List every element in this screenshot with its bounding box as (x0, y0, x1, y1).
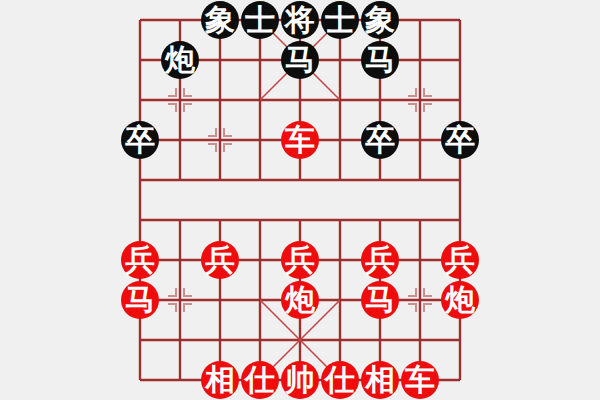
piece-red-chariot[interactable]: 车 (401, 361, 439, 399)
piece-red-elephant[interactable]: 相 (201, 361, 239, 399)
piece-red-soldier[interactable]: 兵 (201, 241, 239, 279)
piece-black-elephant[interactable]: 象 (361, 1, 399, 39)
piece-red-general[interactable]: 帅 (281, 361, 319, 399)
piece-red-soldier[interactable]: 兵 (281, 241, 319, 279)
piece-black-elephant[interactable]: 象 (201, 1, 239, 39)
piece-red-elephant[interactable]: 相 (361, 361, 399, 399)
piece-red-advisor[interactable]: 仕 (241, 361, 279, 399)
piece-red-chariot[interactable]: 车 (281, 121, 319, 159)
piece-red-soldier[interactable]: 兵 (441, 241, 479, 279)
piece-black-advisor[interactable]: 士 (321, 1, 359, 39)
piece-black-advisor[interactable]: 士 (241, 1, 279, 39)
pieces-layer: 象士将士象炮马马卒卒卒车兵兵兵兵兵马炮马炮相仕帅仕相车 (0, 0, 600, 400)
piece-red-horse[interactable]: 马 (361, 281, 399, 319)
piece-red-soldier[interactable]: 兵 (121, 241, 159, 279)
piece-black-horse[interactable]: 马 (281, 41, 319, 79)
piece-black-cannon[interactable]: 炮 (161, 41, 199, 79)
piece-red-cannon[interactable]: 炮 (281, 281, 319, 319)
piece-red-horse[interactable]: 马 (121, 281, 159, 319)
piece-black-soldier[interactable]: 卒 (361, 121, 399, 159)
xiangqi-board: 象士将士象炮马马卒卒卒车兵兵兵兵兵马炮马炮相仕帅仕相车 (0, 0, 600, 400)
piece-black-general[interactable]: 将 (281, 1, 319, 39)
piece-black-soldier[interactable]: 卒 (121, 121, 159, 159)
piece-red-cannon[interactable]: 炮 (441, 281, 479, 319)
piece-red-soldier[interactable]: 兵 (361, 241, 399, 279)
piece-red-advisor[interactable]: 仕 (321, 361, 359, 399)
piece-black-soldier[interactable]: 卒 (441, 121, 479, 159)
piece-black-horse[interactable]: 马 (361, 41, 399, 79)
